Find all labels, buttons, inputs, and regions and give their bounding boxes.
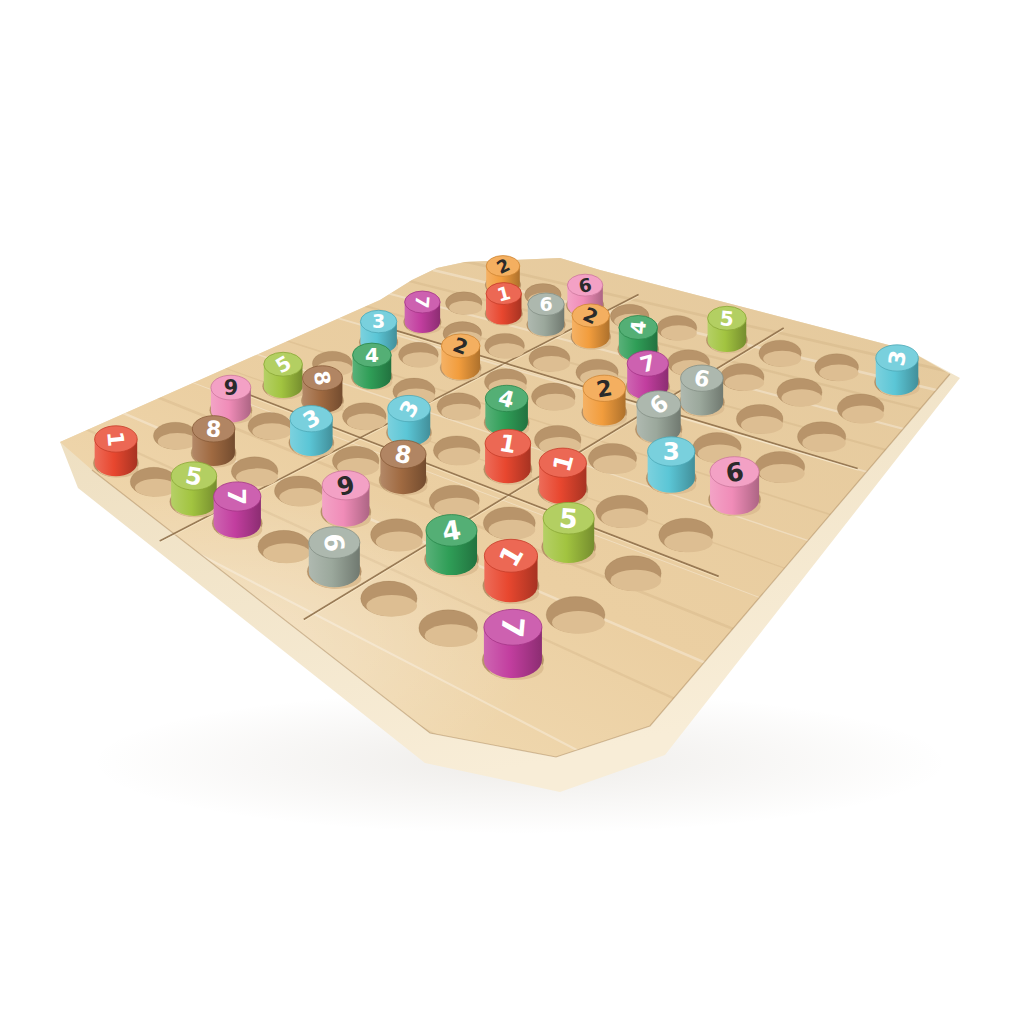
hole-r5c7[interactable] [596, 495, 648, 528]
peg-r7c7-1[interactable]: 1 [484, 539, 537, 602]
hole-r6c1[interactable] [248, 412, 292, 440]
peg-digit: 5 [719, 306, 735, 331]
peg-r1c1-1[interactable]: 1 [486, 282, 521, 325]
peg-r7c4-9[interactable]: 9 [322, 469, 369, 526]
hole-r1c6[interactable] [720, 363, 764, 391]
sudoku-board: 2917625342435786924633811381959754617 [0, 0, 1024, 1024]
peg-r3c2-2[interactable]: 2 [441, 332, 480, 379]
hole-floor [781, 389, 822, 406]
peg-r8c3-7[interactable]: 7 [214, 482, 261, 538]
peg-r0c5-5[interactable]: 5 [708, 306, 747, 352]
hole-floor [403, 352, 439, 367]
peg-r4c1-4[interactable]: 4 [353, 343, 392, 389]
peg-r5c6-1[interactable]: 1 [539, 448, 586, 504]
hole-floor [610, 570, 661, 592]
hole-r7c3[interactable] [274, 476, 322, 506]
peg-r1c3-2[interactable]: 2 [572, 303, 610, 349]
peg-digit: 9 [224, 376, 238, 400]
hole-r4c6[interactable] [588, 443, 636, 473]
hole-floor [425, 624, 478, 647]
hole-r8c6[interactable] [361, 581, 417, 617]
peg-digit: 3 [372, 310, 385, 332]
hole-floor [536, 394, 575, 411]
peg-r7c1-8[interactable]: 8 [192, 415, 235, 466]
hole-floor [664, 532, 713, 553]
peg-digit: 7 [222, 488, 251, 505]
peg-r7c6-4[interactable]: 4 [426, 514, 477, 575]
hole-r6c5[interactable] [429, 485, 479, 517]
hole-r0c7[interactable] [815, 354, 859, 381]
hole-floor [438, 447, 480, 465]
hole-r4c3[interactable] [437, 393, 481, 421]
hole-r5c4[interactable] [433, 436, 480, 465]
hole-r2c3[interactable] [529, 346, 570, 372]
hole-r6c8[interactable] [605, 556, 661, 592]
hole-floor [376, 532, 423, 552]
hole-floor [802, 434, 845, 453]
hole-floor [449, 301, 482, 315]
product-photo: 2917625342435786924633811381959754617 [0, 0, 1024, 1024]
peg-r8c2-5[interactable]: 5 [171, 461, 217, 516]
hole-floor [158, 433, 197, 450]
peg-digit: 7 [411, 295, 433, 310]
hole-floor [252, 423, 291, 440]
peg-r3c5-2[interactable]: 2 [583, 374, 626, 425]
peg-digit: 4 [365, 343, 379, 367]
hole-r1c8[interactable] [837, 394, 884, 423]
peg-digit: 6 [318, 532, 350, 553]
hole-floor [347, 413, 386, 430]
peg-r2c0-7[interactable]: 7 [405, 291, 440, 333]
hole-r6c6[interactable] [483, 507, 535, 540]
hole-r8c4[interactable] [258, 530, 310, 563]
hole-floor [552, 611, 605, 634]
hole-floor [533, 356, 570, 372]
hole-floor [601, 508, 648, 528]
hole-floor [760, 464, 805, 483]
peg-digit: 3 [663, 437, 680, 466]
hole-floor [593, 455, 636, 474]
hole-floor [842, 406, 884, 424]
hole-floor [488, 520, 535, 540]
hole-floor [763, 351, 801, 367]
hole-r2c2[interactable] [485, 333, 525, 358]
peg-r6c4-8[interactable]: 8 [380, 440, 426, 495]
hole-r3c8[interactable] [755, 451, 805, 483]
peg-r3c6-6[interactable]: 6 [637, 390, 681, 443]
peg-r1c2-6[interactable]: 6 [528, 293, 564, 336]
hole-r1c7[interactable] [777, 378, 822, 406]
peg-r4c4-4[interactable]: 4 [485, 384, 528, 436]
hole-r7c0[interactable] [153, 422, 197, 450]
hole-r5c8[interactable] [659, 518, 713, 552]
peg-digit: 8 [205, 415, 223, 442]
peg-r8c8-7[interactable]: 7 [484, 609, 542, 678]
peg-digit: 7 [494, 615, 531, 639]
hole-floor [135, 479, 177, 497]
hole-floor [279, 488, 322, 507]
peg-r4c7-3[interactable]: 3 [648, 437, 695, 493]
peg-r5c3-3[interactable]: 3 [388, 395, 431, 445]
peg-r8c5-6[interactable]: 6 [309, 527, 360, 588]
peg-r8c0-1[interactable]: 1 [95, 426, 138, 476]
hole-r2c8[interactable] [797, 422, 845, 452]
hole-r7c5[interactable] [371, 519, 423, 552]
hole-r1c0[interactable] [446, 292, 483, 315]
hole-floor [441, 404, 480, 421]
peg-r0c8-3[interactable]: 3 [876, 345, 919, 395]
peg-r5c5-1[interactable]: 1 [485, 429, 531, 484]
hole-floor [741, 416, 783, 434]
peg-r6c7-5[interactable]: 5 [543, 502, 594, 563]
peg-digit: 5 [558, 502, 579, 534]
peg-r6c2-3[interactable]: 3 [290, 404, 333, 456]
peg-r4c8-9[interactable]: 9 [710, 455, 759, 514]
hole-r2c7[interactable] [736, 404, 783, 433]
hole-floor [489, 343, 525, 358]
peg-digit: 6 [539, 293, 552, 315]
hole-floor [366, 595, 417, 617]
hole-floor [819, 364, 858, 381]
hole-r3c4[interactable] [532, 383, 576, 411]
hole-floor [661, 325, 697, 340]
hole-floor [263, 543, 310, 563]
hole-floor [725, 374, 764, 391]
peg-r5c0-5[interactable]: 5 [264, 351, 303, 399]
peg-digit: 1 [102, 430, 129, 448]
peg-r2c6-6[interactable]: 6 [681, 364, 724, 415]
hole-r0c6[interactable] [759, 340, 801, 367]
hole-r3c1[interactable] [399, 342, 439, 367]
hole-r5c2[interactable] [343, 403, 387, 431]
hole-r0c4[interactable] [657, 316, 697, 341]
hole-r8c1[interactable] [130, 467, 177, 496]
peg-digit: 4 [626, 319, 651, 335]
